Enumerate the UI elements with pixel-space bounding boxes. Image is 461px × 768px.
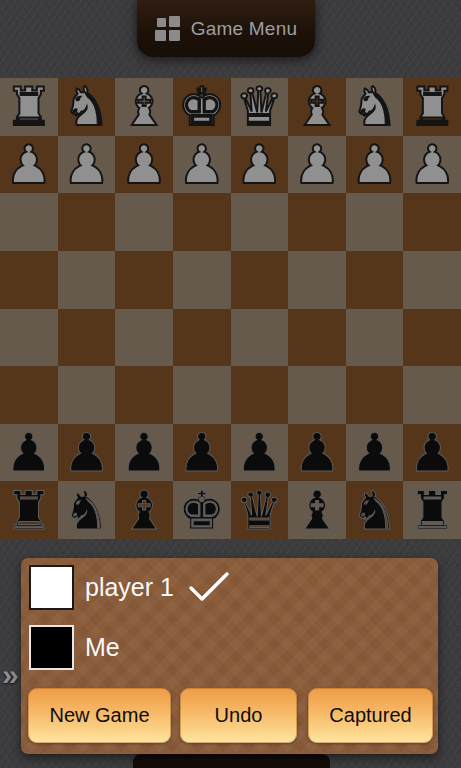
board-square[interactable] [58, 251, 116, 309]
board-square[interactable]: ♟ [0, 136, 58, 194]
board-square[interactable]: ♞ [346, 78, 404, 136]
piece-bk: ♚ [178, 482, 226, 539]
piece-bb: ♝ [293, 482, 341, 539]
piece-wp: ♟ [120, 136, 168, 193]
piece-wp: ♟ [5, 136, 53, 193]
piece-wp: ♟ [63, 136, 111, 193]
board-square[interactable] [115, 193, 173, 251]
board-square[interactable]: ♟ [288, 136, 346, 194]
player-panel: player 1 Me New Game Undo Captured [21, 558, 438, 754]
piece-bp: ♟ [293, 424, 341, 481]
board-square[interactable]: ♝ [288, 481, 346, 539]
board-square[interactable]: ♞ [58, 481, 116, 539]
piece-wq: ♛ [236, 78, 284, 135]
board-square[interactable]: ♟ [403, 424, 461, 482]
grid-menu-icon [155, 16, 180, 41]
button-row: New Game Undo Captured [21, 688, 438, 743]
drawer-handle-chevron-icon[interactable]: » [2, 660, 19, 690]
board-square[interactable] [115, 366, 173, 424]
piece-wp: ♟ [408, 136, 456, 193]
chess-board: ♜♞♝♚♛♝♞♜♟♟♟♟♟♟♟♟♟♟♟♟♟♟♟♟♜♞♝♚♛♝♞♜ [0, 78, 461, 539]
board-square[interactable] [231, 193, 289, 251]
piece-wb: ♝ [120, 78, 168, 135]
board-square[interactable]: ♜ [0, 78, 58, 136]
board-square[interactable] [403, 251, 461, 309]
turn-check-icon [188, 571, 230, 603]
piece-wk: ♚ [178, 78, 226, 135]
board-square[interactable] [58, 366, 116, 424]
board-square[interactable]: ♟ [173, 136, 231, 194]
game-menu-label: Game Menu [191, 18, 297, 40]
piece-wp: ♟ [293, 136, 341, 193]
board-square[interactable]: ♜ [403, 481, 461, 539]
board-square[interactable] [288, 309, 346, 367]
piece-bn: ♞ [351, 482, 399, 539]
black-player-name: Me [85, 625, 120, 670]
piece-bp: ♟ [408, 424, 456, 481]
board-square[interactable] [173, 366, 231, 424]
bottom-peek-tab[interactable] [133, 754, 330, 768]
piece-wn: ♞ [351, 78, 399, 135]
board-square[interactable] [0, 193, 58, 251]
captured-button[interactable]: Captured [308, 688, 433, 743]
board-square[interactable] [346, 251, 404, 309]
piece-wr: ♜ [5, 78, 53, 135]
board-square[interactable] [346, 366, 404, 424]
board-square[interactable] [346, 193, 404, 251]
piece-wp: ♟ [236, 136, 284, 193]
board-square[interactable] [231, 366, 289, 424]
board-square[interactable]: ♟ [288, 424, 346, 482]
board-square[interactable]: ♜ [0, 481, 58, 539]
board-square[interactable] [0, 251, 58, 309]
board-square[interactable] [288, 251, 346, 309]
piece-wb: ♝ [293, 78, 341, 135]
board-square[interactable]: ♟ [173, 424, 231, 482]
board-square[interactable] [0, 309, 58, 367]
board-square[interactable] [115, 309, 173, 367]
board-square[interactable] [58, 193, 116, 251]
board-square[interactable]: ♟ [231, 424, 289, 482]
white-player-name: player 1 [85, 565, 174, 610]
board-square[interactable] [173, 193, 231, 251]
piece-bq: ♛ [236, 482, 284, 539]
piece-br: ♜ [5, 482, 53, 539]
board-square[interactable]: ♟ [115, 424, 173, 482]
piece-bp: ♟ [351, 424, 399, 481]
board-square[interactable]: ♞ [346, 481, 404, 539]
white-player-swatch[interactable] [29, 565, 74, 610]
board-square[interactable] [173, 251, 231, 309]
board-square[interactable]: ♟ [346, 136, 404, 194]
piece-bb: ♝ [120, 482, 168, 539]
piece-bp: ♟ [120, 424, 168, 481]
board-square[interactable] [346, 309, 404, 367]
new-game-button[interactable]: New Game [28, 688, 171, 743]
board-square[interactable] [403, 309, 461, 367]
board-square[interactable] [0, 366, 58, 424]
piece-br: ♜ [408, 482, 456, 539]
piece-bp: ♟ [5, 424, 53, 481]
piece-bn: ♞ [63, 482, 111, 539]
undo-button[interactable]: Undo [180, 688, 297, 743]
board-square[interactable]: ♞ [58, 78, 116, 136]
board-square[interactable] [403, 193, 461, 251]
board-square[interactable]: ♛ [231, 481, 289, 539]
board-square[interactable]: ♚ [173, 78, 231, 136]
board-square[interactable]: ♝ [115, 78, 173, 136]
board-square[interactable] [288, 366, 346, 424]
board-square[interactable] [288, 193, 346, 251]
board-square[interactable] [115, 251, 173, 309]
piece-wr: ♜ [408, 78, 456, 135]
board-square[interactable]: ♟ [115, 136, 173, 194]
board-square[interactable]: ♝ [288, 78, 346, 136]
piece-bp: ♟ [236, 424, 284, 481]
board-square[interactable]: ♟ [58, 136, 116, 194]
board-square[interactable]: ♟ [0, 424, 58, 482]
piece-wn: ♞ [63, 78, 111, 135]
board-square[interactable]: ♜ [403, 78, 461, 136]
piece-bp: ♟ [63, 424, 111, 481]
board-square[interactable]: ♝ [115, 481, 173, 539]
game-menu-button[interactable]: Game Menu [137, 0, 315, 57]
board-square[interactable] [231, 251, 289, 309]
board-square[interactable]: ♟ [231, 136, 289, 194]
board-square[interactable]: ♚ [173, 481, 231, 539]
board-square[interactable]: ♟ [403, 136, 461, 194]
piece-wp: ♟ [178, 136, 226, 193]
black-player-swatch[interactable] [29, 625, 74, 670]
piece-bp: ♟ [178, 424, 226, 481]
board-square[interactable]: ♟ [346, 424, 404, 482]
board-square[interactable] [231, 309, 289, 367]
board-square[interactable] [173, 309, 231, 367]
piece-wp: ♟ [351, 136, 399, 193]
board-square[interactable] [403, 366, 461, 424]
board-square[interactable] [58, 309, 116, 367]
board-square[interactable]: ♛ [231, 78, 289, 136]
board-square[interactable]: ♟ [58, 424, 116, 482]
